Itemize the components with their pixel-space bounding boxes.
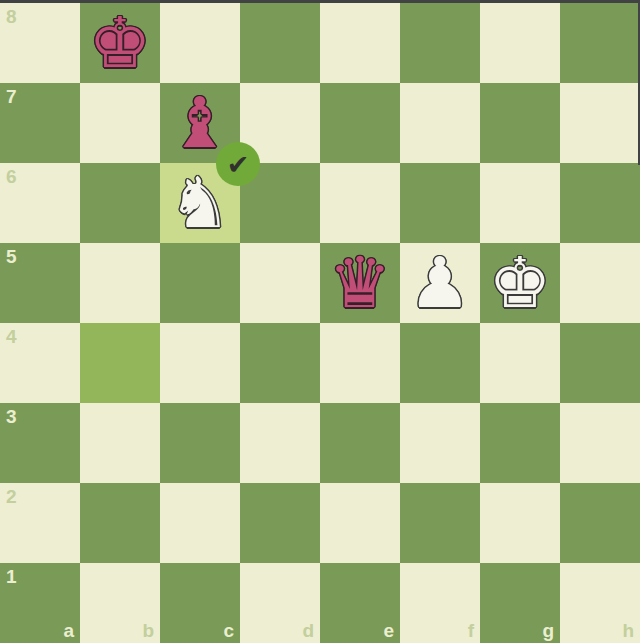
square-d2[interactable] (240, 483, 320, 563)
square-a8[interactable]: 8 (0, 3, 80, 83)
piece-white-pawn[interactable]: ♟ (400, 243, 480, 323)
square-e1[interactable]: e (320, 563, 400, 643)
square-b6[interactable] (80, 163, 160, 243)
square-h3[interactable] (560, 403, 640, 483)
square-c5[interactable] (160, 243, 240, 323)
square-e2[interactable] (320, 483, 400, 563)
square-b7[interactable] (80, 83, 160, 163)
correct-move-badge: ✔ (216, 142, 260, 186)
square-d5[interactable] (240, 243, 320, 323)
square-b4[interactable] (80, 323, 160, 403)
square-e4[interactable] (320, 323, 400, 403)
rank-label-2: 2 (6, 487, 17, 506)
square-a6[interactable]: 6 (0, 163, 80, 243)
square-g1[interactable]: g (480, 563, 560, 643)
square-h7[interactable] (560, 83, 640, 163)
piece-black-queen[interactable]: ♛ (320, 243, 400, 323)
square-h1[interactable]: h (560, 563, 640, 643)
file-label-f: f (468, 621, 474, 640)
square-a5[interactable]: 5 (0, 243, 80, 323)
square-f5[interactable]: ♟ (400, 243, 480, 323)
rank-label-5: 5 (6, 247, 17, 266)
square-g2[interactable] (480, 483, 560, 563)
square-g4[interactable] (480, 323, 560, 403)
piece-black-king[interactable]: ♚ (80, 3, 160, 83)
file-label-g: g (542, 621, 554, 640)
square-h8[interactable] (560, 3, 640, 83)
square-g8[interactable] (480, 3, 560, 83)
square-f8[interactable] (400, 3, 480, 83)
square-a2[interactable]: 2 (0, 483, 80, 563)
square-e6[interactable] (320, 163, 400, 243)
square-d4[interactable] (240, 323, 320, 403)
rank-label-4: 4 (6, 327, 17, 346)
square-b1[interactable]: b (80, 563, 160, 643)
square-d1[interactable]: d (240, 563, 320, 643)
square-b8[interactable]: ♚ (80, 3, 160, 83)
file-label-b: b (142, 621, 154, 640)
square-f7[interactable] (400, 83, 480, 163)
square-c8[interactable] (160, 3, 240, 83)
file-label-c: c (223, 621, 234, 640)
rank-label-7: 7 (6, 87, 17, 106)
square-a1[interactable]: 1a (0, 563, 80, 643)
square-c6[interactable]: ♞✔ (160, 163, 240, 243)
piece-white-king[interactable]: ♚ (480, 243, 560, 323)
rank-label-3: 3 (6, 407, 17, 426)
square-b3[interactable] (80, 403, 160, 483)
square-f4[interactable] (400, 323, 480, 403)
square-f3[interactable] (400, 403, 480, 483)
rank-label-1: 1 (6, 567, 17, 586)
square-d3[interactable] (240, 403, 320, 483)
window-edge-top (0, 0, 640, 3)
file-label-a: a (63, 621, 74, 640)
square-b5[interactable] (80, 243, 160, 323)
square-h5[interactable] (560, 243, 640, 323)
square-a4[interactable]: 4 (0, 323, 80, 403)
square-g3[interactable] (480, 403, 560, 483)
square-g7[interactable] (480, 83, 560, 163)
square-g6[interactable] (480, 163, 560, 243)
square-h4[interactable] (560, 323, 640, 403)
file-label-h: h (622, 621, 634, 640)
square-a7[interactable]: 7 (0, 83, 80, 163)
square-e8[interactable] (320, 3, 400, 83)
file-label-d: d (302, 621, 314, 640)
chess-puzzle-screen: 8♚7♝6♞✔5♛♟♚4321abcdefgh (0, 0, 640, 643)
file-label-e: e (383, 621, 394, 640)
square-b2[interactable] (80, 483, 160, 563)
rank-label-8: 8 (6, 7, 17, 26)
square-e3[interactable] (320, 403, 400, 483)
checkmark-icon: ✔ (227, 151, 250, 178)
square-f1[interactable]: f (400, 563, 480, 643)
chess-board[interactable]: 8♚7♝6♞✔5♛♟♚4321abcdefgh (0, 3, 640, 643)
rank-label-6: 6 (6, 167, 17, 186)
square-c4[interactable] (160, 323, 240, 403)
square-h2[interactable] (560, 483, 640, 563)
square-f2[interactable] (400, 483, 480, 563)
square-a3[interactable]: 3 (0, 403, 80, 483)
square-h6[interactable] (560, 163, 640, 243)
square-c2[interactable] (160, 483, 240, 563)
square-e5[interactable]: ♛ (320, 243, 400, 323)
square-d8[interactable] (240, 3, 320, 83)
square-e7[interactable] (320, 83, 400, 163)
square-f6[interactable] (400, 163, 480, 243)
square-g5[interactable]: ♚ (480, 243, 560, 323)
square-c3[interactable] (160, 403, 240, 483)
square-c1[interactable]: c (160, 563, 240, 643)
